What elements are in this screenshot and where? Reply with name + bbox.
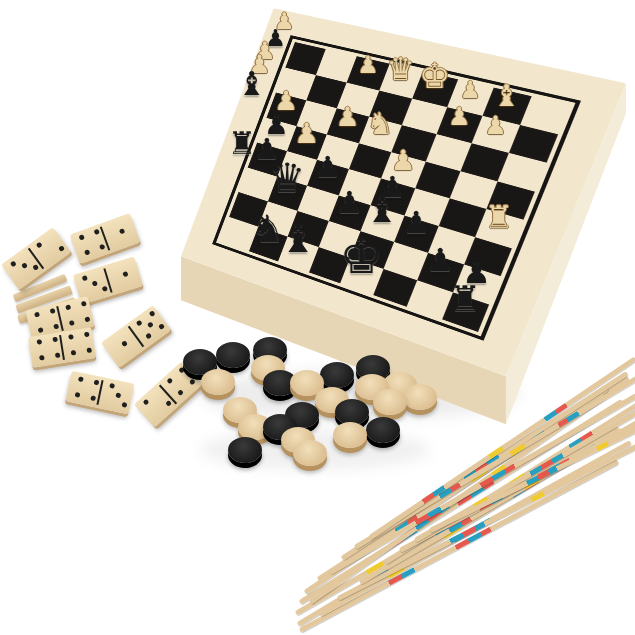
domino-pip: [84, 331, 90, 337]
checker-piece-natural[interactable]: [403, 384, 437, 410]
domino-pip: [122, 401, 128, 407]
domino-pip: [79, 234, 85, 240]
domino-pip: [136, 319, 143, 326]
checker-piece-natural[interactable]: [373, 389, 407, 415]
checker-piece-natural[interactable]: [201, 369, 235, 395]
domino-pip: [121, 340, 128, 347]
domino-pip: [158, 323, 165, 330]
checker-piece-black[interactable]: [228, 437, 262, 463]
domino-pip: [92, 280, 98, 286]
domino-pip: [75, 391, 81, 397]
domino-pip: [78, 376, 84, 382]
domino-pip: [68, 334, 74, 340]
checker-piece-black[interactable]: [320, 362, 354, 388]
domino-pip: [36, 241, 43, 248]
domino-pip: [99, 243, 105, 249]
domino-pip: [82, 275, 88, 281]
domino-pip: [102, 285, 108, 291]
domino-pip: [84, 316, 90, 322]
domino-pip: [69, 319, 75, 325]
domino-pip: [81, 300, 87, 306]
domino-pip: [58, 245, 65, 252]
checker-piece-natural[interactable]: [333, 422, 367, 448]
domino-pip: [39, 354, 45, 360]
domino-pip: [122, 271, 128, 277]
domino-pip: [38, 327, 44, 333]
domino-pip: [94, 228, 100, 234]
domino-pip: [71, 349, 77, 355]
domino-pip: [94, 379, 100, 385]
domino-pip: [65, 304, 71, 310]
domino-pip: [147, 321, 154, 328]
domino-pip: [21, 262, 28, 269]
domino-pip: [115, 392, 121, 398]
domino-pip: [166, 377, 173, 384]
product-photo-wooden-game-set: ♞♝♚♜♟♟♛♟♝♟♟♟♟♜♟♟♟♟♟♞♟♟♟♛♚♟♝♟♟♟♟♝♜: [0, 0, 635, 635]
domino-pip: [36, 339, 42, 345]
domino-pip: [189, 378, 196, 385]
domino-pip: [34, 311, 40, 317]
domino-pip: [52, 336, 58, 342]
domino-pip: [177, 389, 184, 396]
domino-pip: [142, 398, 149, 405]
checker-piece-black[interactable]: [216, 342, 250, 368]
domino-pip: [119, 228, 125, 234]
domino-pip: [149, 310, 156, 317]
checker-piece-black[interactable]: [366, 417, 400, 443]
domino-pip: [86, 347, 92, 353]
domino-pip: [50, 307, 56, 313]
domino-pip: [10, 260, 17, 267]
domino-pip: [90, 395, 96, 401]
checker-piece-natural[interactable]: [293, 440, 327, 466]
domino-pip: [53, 323, 59, 329]
domino-pip: [84, 249, 90, 255]
domino-divider: [128, 325, 144, 346]
domino-pip: [109, 382, 115, 388]
domino-pip: [145, 332, 152, 339]
board-grid: [220, 42, 570, 332]
domino-pip: [55, 352, 61, 358]
